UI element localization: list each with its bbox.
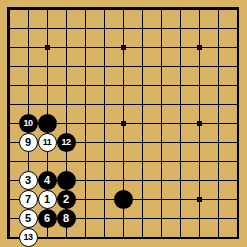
move-number: 7 [25, 194, 31, 205]
board-cell [57, 171, 76, 190]
board-cell [38, 114, 57, 133]
move-number: 11 [43, 138, 52, 147]
move-number: 12 [61, 138, 70, 147]
board-cell: 1 [38, 190, 57, 209]
move-number: 5 [25, 213, 31, 224]
move-number: 8 [63, 213, 69, 224]
board-cell: 13 [19, 228, 38, 247]
board-cell: 8 [57, 209, 76, 228]
white-stone-13: 13 [19, 228, 38, 247]
black-stone-8: 8 [57, 209, 76, 228]
board-cell: 11 [38, 133, 57, 152]
white-stone-11: 11 [38, 133, 57, 152]
move-number: 10 [23, 119, 32, 128]
board-cell: 9 [19, 133, 38, 152]
white-stone-7: 7 [19, 190, 38, 209]
black-stone-12: 12 [57, 133, 76, 152]
go-board-diagram[interactable]: 10911123471256813 [0, 0, 247, 247]
white-stone-1: 1 [38, 190, 57, 209]
board-cell: 3 [19, 171, 38, 190]
white-stone-5: 5 [19, 209, 38, 228]
black-stone [114, 190, 133, 209]
white-stone-9: 9 [19, 133, 38, 152]
move-number: 2 [63, 194, 69, 205]
board-cell: 10 [19, 114, 38, 133]
white-stone-3: 3 [19, 171, 38, 190]
board-cell: 6 [38, 209, 57, 228]
move-number: 1 [44, 194, 50, 205]
black-stone-4: 4 [38, 171, 57, 190]
black-stone-2: 2 [57, 190, 76, 209]
board-cell: 4 [38, 171, 57, 190]
board-cell: 2 [57, 190, 76, 209]
move-number: 13 [23, 233, 32, 242]
black-stone-10: 10 [19, 114, 38, 133]
board-cell [114, 190, 133, 209]
move-number: 9 [25, 137, 31, 148]
board-cell: 5 [19, 209, 38, 228]
board-cell: 7 [19, 190, 38, 209]
board-cell: 12 [57, 133, 76, 152]
black-stone [57, 171, 76, 190]
move-number: 3 [25, 175, 31, 186]
stones-layer: 10911123471256813 [0, 0, 247, 247]
black-stone [38, 114, 57, 133]
move-number: 6 [44, 213, 50, 224]
move-number: 4 [44, 175, 50, 186]
black-stone-6: 6 [38, 209, 57, 228]
